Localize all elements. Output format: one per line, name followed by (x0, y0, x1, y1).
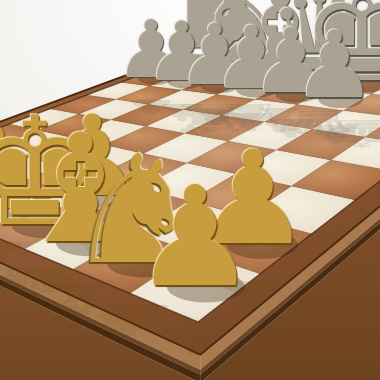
piece-black-pawn-f7[interactable]: ♟ (293, 20, 376, 113)
piece-white-pawn-h1[interactable]: ♟ (133, 169, 257, 307)
chess-table-photo: ♜♞♝♟♛♟♚♟♟♟♟♟♟♚♝♟♞♟♜♞♝♟♛♟♚♟♟♟♟♟♟♚♝♟♞♟ (0, 0, 380, 380)
